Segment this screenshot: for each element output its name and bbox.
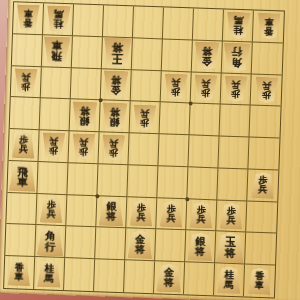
square[interactable] — [72, 36, 103, 69]
piece-kanji: 飛 — [51, 51, 62, 62]
piece-kanji: 兵 — [231, 80, 240, 89]
square[interactable]: 歩兵 — [161, 71, 192, 104]
piece-kanji: 兵 — [201, 79, 210, 88]
square[interactable]: 桂馬 — [214, 264, 245, 297]
square[interactable] — [187, 167, 218, 200]
piece-kanji: 兵 — [79, 138, 88, 147]
square[interactable] — [158, 134, 189, 167]
square[interactable] — [193, 8, 224, 41]
piece-rook-sente[interactable]: 飛車 — [8, 162, 36, 192]
square[interactable]: 銀将 — [100, 101, 131, 134]
piece-silver-gote[interactable]: 銀将 — [72, 101, 98, 130]
piece-kanji: 車 — [52, 40, 63, 51]
square[interactable] — [37, 162, 68, 195]
piece-kanji: 兵 — [136, 213, 145, 222]
piece-pawn-gote[interactable]: 歩兵 — [164, 73, 188, 100]
piece-kanji: 兵 — [49, 137, 58, 146]
piece-knight-sente[interactable]: 桂馬 — [217, 266, 242, 294]
piece-pawn-sente[interactable]: 歩兵 — [129, 199, 153, 226]
piece-silver-sente[interactable]: 銀将 — [98, 197, 124, 226]
piece-kanji: 車 — [14, 272, 23, 281]
square[interactable] — [160, 103, 191, 136]
piece-kanji: 角 — [231, 57, 242, 68]
piece-kanji: 将 — [80, 105, 90, 116]
piece-king-gote[interactable]: 王将 — [102, 37, 131, 68]
piece-pawn-gote[interactable]: 歩兵 — [72, 134, 96, 161]
piece-kanji: 兵 — [19, 145, 28, 154]
square[interactable] — [249, 106, 280, 139]
square[interactable]: 香車 — [244, 265, 275, 298]
square[interactable] — [6, 193, 37, 226]
piece-kanji: 桂 — [233, 25, 243, 35]
piece-pawn-gote[interactable]: 歩兵 — [42, 133, 66, 160]
square[interactable]: 金将 — [154, 261, 185, 294]
square[interactable]: 歩兵 — [186, 199, 217, 232]
square[interactable] — [5, 224, 36, 257]
piece-kanji: 兵 — [258, 185, 267, 194]
piece-pawn-gote[interactable]: 歩兵 — [194, 74, 218, 101]
square[interactable] — [67, 163, 98, 196]
square[interactable] — [95, 228, 126, 261]
piece-kanji: 将 — [224, 247, 235, 259]
square[interactable]: 銀将 — [96, 196, 127, 229]
piece-kanji: 兵 — [226, 216, 235, 225]
square[interactable] — [133, 6, 164, 39]
square[interactable]: 香車 — [13, 2, 44, 35]
piece-pawn-sente[interactable]: 歩兵 — [39, 196, 63, 223]
square[interactable]: 金将 — [125, 229, 156, 262]
piece-gold-gote[interactable]: 金将 — [194, 42, 220, 71]
piece-gold-sente[interactable]: 金将 — [127, 230, 153, 259]
square[interactable]: 香車 — [253, 11, 284, 44]
piece-pawn-sente[interactable]: 歩兵 — [12, 132, 36, 159]
square[interactable] — [71, 68, 102, 101]
piece-pawn-gote[interactable]: 歩兵 — [133, 104, 157, 131]
piece-kanji: 歩 — [109, 148, 118, 157]
piece-pawn-sente[interactable]: 歩兵 — [251, 172, 275, 199]
piece-kanji: 馬 — [224, 280, 234, 290]
square[interactable] — [103, 5, 134, 38]
square[interactable]: 歩兵 — [11, 66, 42, 99]
piece-kanji: 行 — [45, 241, 56, 252]
square[interactable] — [12, 34, 43, 67]
piece-pawn-gote[interactable]: 歩兵 — [254, 77, 278, 104]
square[interactable]: 歩兵 — [221, 73, 252, 106]
square[interactable]: 歩兵 — [98, 132, 129, 165]
square[interactable] — [190, 104, 221, 137]
piece-kanji: 歩 — [231, 89, 240, 98]
piece-gold-sente[interactable]: 金将 — [156, 263, 182, 292]
piece-kanji: 将 — [111, 74, 121, 85]
piece-king-sente[interactable]: 玉将 — [216, 232, 245, 263]
square[interactable] — [132, 38, 163, 71]
square[interactable]: 飛車 — [42, 35, 73, 68]
square[interactable]: 歩兵 — [191, 72, 222, 105]
piece-kanji: 車 — [264, 17, 273, 26]
square[interactable] — [248, 138, 279, 171]
piece-kanji: 車 — [24, 9, 33, 18]
piece-kanji: 将 — [111, 42, 122, 54]
piece-kanji: 車 — [255, 281, 264, 290]
piece-kanji: 兵 — [262, 81, 271, 90]
piece-kanji: 馬 — [53, 9, 63, 19]
piece-kanji: 将 — [195, 246, 205, 257]
square[interactable] — [155, 230, 186, 263]
piece-lance-sente[interactable]: 香車 — [7, 259, 31, 286]
square[interactable] — [245, 233, 276, 266]
square[interactable] — [66, 195, 97, 228]
piece-kanji: 将 — [202, 46, 212, 57]
piece-kanji: 兵 — [166, 214, 175, 223]
piece-knight-gote[interactable]: 桂馬 — [225, 11, 250, 39]
piece-knight-sente[interactable]: 桂馬 — [37, 260, 62, 288]
square[interactable]: 王将 — [102, 37, 133, 70]
square[interactable] — [124, 260, 155, 293]
piece-kanji: 歩 — [201, 88, 210, 97]
square[interactable]: 歩兵 — [251, 74, 282, 107]
square[interactable]: 歩兵 — [126, 197, 157, 230]
piece-kanji: 兵 — [171, 77, 180, 86]
square[interactable] — [252, 42, 283, 75]
square[interactable]: 金将 — [192, 40, 223, 73]
piece-kanji: 兵 — [109, 139, 118, 148]
square[interactable]: 歩兵 — [216, 200, 247, 233]
square[interactable] — [184, 263, 215, 296]
square[interactable]: 歩兵 — [130, 102, 161, 135]
square[interactable]: 歩兵 — [247, 169, 278, 202]
piece-pawn-gote[interactable]: 歩兵 — [102, 135, 126, 162]
piece-kanji: 将 — [135, 244, 145, 255]
piece-kanji: 歩 — [171, 87, 180, 96]
piece-kanji: 金 — [110, 85, 120, 96]
square[interactable] — [97, 164, 128, 197]
square[interactable]: 歩兵 — [39, 130, 70, 163]
piece-lance-sente[interactable]: 香車 — [248, 268, 272, 295]
square[interactable] — [94, 259, 125, 292]
square[interactable] — [218, 137, 249, 170]
piece-kanji: 金 — [201, 56, 211, 67]
square[interactable] — [41, 67, 72, 100]
piece-kanji: 兵 — [140, 108, 149, 117]
piece-kanji: 馬 — [233, 16, 243, 26]
piece-kanji: 桂 — [53, 19, 63, 29]
square[interactable] — [188, 135, 219, 168]
square[interactable]: 角行 — [222, 41, 253, 74]
square[interactable]: 歩兵 — [68, 131, 99, 164]
piece-pawn-sente[interactable]: 歩兵 — [159, 200, 183, 227]
piece-kanji: 将 — [106, 212, 116, 223]
piece-bishop-sente[interactable]: 角行 — [36, 226, 64, 256]
piece-gold-gote[interactable]: 金将 — [103, 70, 129, 99]
piece-pawn-gote[interactable]: 歩兵 — [14, 68, 38, 95]
square[interactable] — [246, 201, 277, 234]
piece-pawn-sente[interactable]: 歩兵 — [219, 203, 243, 230]
square[interactable] — [10, 97, 41, 130]
piece-kanji: 兵 — [196, 215, 205, 224]
piece-kanji: 将 — [110, 106, 120, 117]
piece-kanji: 歩 — [79, 147, 88, 156]
square[interactable] — [220, 105, 251, 138]
piece-pawn-gote[interactable]: 歩兵 — [224, 75, 248, 102]
square[interactable]: 桂馬 — [43, 3, 74, 36]
piece-kanji: 王 — [111, 53, 122, 65]
square[interactable]: 飛車 — [7, 161, 38, 194]
piece-kanji: 将 — [164, 278, 174, 289]
square[interactable] — [65, 227, 96, 260]
piece-lance-gote[interactable]: 香車 — [16, 5, 40, 32]
square[interactable] — [128, 133, 159, 166]
piece-kanji: 香 — [23, 18, 32, 27]
piece-silver-sente[interactable]: 銀将 — [187, 232, 213, 261]
piece-kanji: 車 — [17, 177, 28, 188]
piece-silver-gote[interactable]: 銀将 — [102, 102, 128, 131]
square[interactable]: 銀将 — [70, 100, 101, 133]
piece-bishop-gote[interactable]: 角行 — [223, 42, 251, 72]
square[interactable]: 銀将 — [185, 231, 216, 264]
square[interactable] — [40, 98, 71, 131]
square[interactable]: 歩兵 — [156, 198, 187, 231]
piece-kanji: 兵 — [47, 209, 56, 218]
piece-kanji: 兵 — [21, 72, 30, 81]
square[interactable]: 香車 — [4, 256, 35, 289]
photo-background: 香車桂馬桂馬香車飛車王将金将角行歩兵金将歩兵歩兵歩兵歩兵銀将銀将歩兵歩兵歩兵歩兵… — [0, 0, 300, 300]
piece-kanji: 香 — [264, 26, 273, 35]
square[interactable]: 歩兵 — [9, 129, 40, 162]
square[interactable] — [127, 165, 158, 198]
piece-knight-gote[interactable]: 桂馬 — [46, 5, 71, 33]
square[interactable] — [157, 166, 188, 199]
piece-kanji: 歩 — [21, 81, 30, 90]
square[interactable]: 桂馬 — [34, 257, 65, 290]
piece-kanji: 行 — [232, 46, 243, 57]
piece-kanji: 歩 — [261, 90, 270, 99]
square[interactable] — [162, 39, 193, 72]
square[interactable] — [73, 4, 104, 37]
square[interactable] — [64, 258, 95, 291]
square[interactable]: 金将 — [101, 69, 132, 102]
board-grid[interactable]: 香車桂馬桂馬香車飛車王将金将角行歩兵金将歩兵歩兵歩兵歩兵銀将銀将歩兵歩兵歩兵歩兵… — [3, 1, 285, 298]
piece-kanji: 歩 — [49, 146, 58, 155]
square[interactable]: 桂馬 — [223, 9, 254, 42]
square[interactable]: 玉将 — [215, 232, 246, 265]
shogi-board: 香車桂馬桂馬香車飛車王将金将角行歩兵金将歩兵歩兵歩兵歩兵銀将銀将歩兵歩兵歩兵歩兵… — [0, 0, 300, 300]
square[interactable] — [163, 7, 194, 40]
piece-rook-gote[interactable]: 飛車 — [43, 36, 71, 66]
square[interactable]: 角行 — [35, 226, 66, 259]
piece-kanji: 馬 — [44, 273, 54, 283]
piece-pawn-sente[interactable]: 歩兵 — [189, 201, 213, 228]
square[interactable] — [131, 70, 162, 103]
square[interactable] — [217, 168, 248, 201]
piece-lance-gote[interactable]: 香車 — [256, 13, 280, 40]
square[interactable]: 歩兵 — [36, 194, 67, 227]
